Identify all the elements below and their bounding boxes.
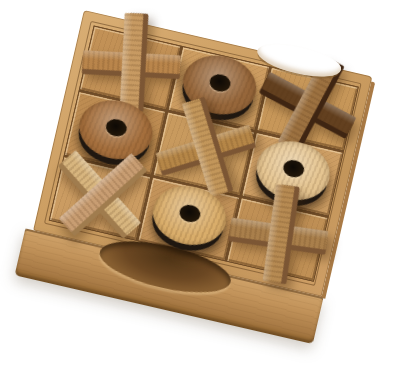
photo-background (0, 0, 400, 365)
o-hole (104, 117, 128, 138)
o-hole (178, 203, 202, 224)
cell-r3c3[interactable] (227, 198, 327, 280)
cell-r1c3[interactable] (257, 68, 357, 150)
tictactoe-box (22, 10, 372, 344)
cell-r3c1[interactable] (50, 157, 150, 239)
cell-r1c1[interactable] (80, 27, 180, 109)
x-bar (119, 13, 143, 112)
